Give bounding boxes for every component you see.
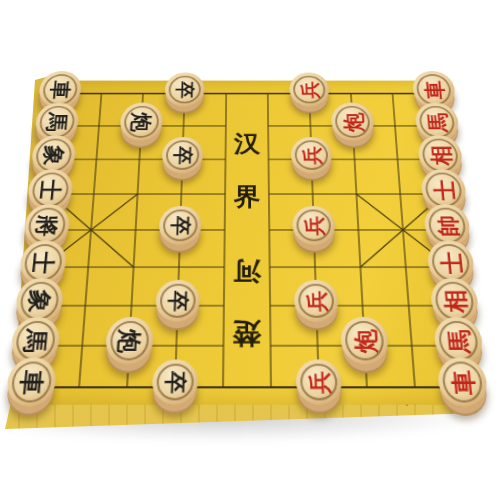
piece-red-cannon[interactable]: 炮	[331, 110, 375, 143]
piece-glyph: 士	[431, 179, 456, 200]
piece-glyph: 車	[422, 80, 446, 99]
piece-red-cannon[interactable]: 炮	[340, 326, 389, 367]
piece-disc: 兵	[294, 280, 339, 322]
piece-disc: 兵	[289, 73, 330, 107]
piece-disc: 炮	[105, 317, 155, 365]
piece-glyph: 車	[18, 370, 45, 395]
piece-glyph: 炮	[341, 112, 364, 131]
piece-disc: 卒	[164, 73, 205, 107]
piece-glyph: 士	[38, 179, 63, 200]
piece-red-soldier[interactable]: 兵	[291, 212, 337, 249]
piece-glyph: 士	[438, 251, 464, 273]
piece-glyph: 馬	[425, 112, 449, 131]
piece-glyph: 炮	[130, 112, 153, 131]
piece-glyph: 炮	[117, 329, 143, 353]
piece-glyph: 車	[449, 370, 476, 395]
piece-glyph: 卒	[172, 146, 193, 164]
piece-red-soldier[interactable]: 兵	[288, 78, 331, 110]
piece-disc: 兵	[292, 206, 336, 245]
piece-disc: 兵	[295, 359, 342, 404]
piece-glyph: 車	[48, 80, 72, 99]
piece-disc: 卒	[161, 137, 203, 174]
piece-disc: 卒	[151, 359, 198, 404]
piece-disc: 卒	[155, 280, 200, 322]
piece-glyph: 兵	[305, 290, 328, 311]
piece-disc: 兵	[290, 137, 332, 174]
board: 汉 界 河 楚 車馬象士將士象馬車炮炮卒卒卒卒卒兵兵兵兵兵炮炮車馬相士帥士相馬車	[12, 81, 482, 405]
piece-black-soldier[interactable]: 卒	[160, 143, 204, 177]
piece-disc: 炮	[119, 103, 163, 142]
piece-glyph: 兵	[301, 146, 322, 164]
piece-glyph: 兵	[303, 216, 325, 236]
piece-black-cannon[interactable]: 炮	[104, 326, 153, 367]
piece-red-soldier[interactable]: 兵	[293, 286, 340, 325]
piece-glyph: 卒	[166, 290, 189, 311]
piece-glyph: 馬	[22, 329, 49, 353]
piece-glyph: 卒	[169, 216, 191, 236]
piece-disc: 卒	[158, 206, 202, 245]
piece-red-chariot[interactable]: 車	[437, 366, 489, 408]
board-points-grid: 車馬象士將士象馬車炮炮卒卒卒卒卒兵兵兵兵兵炮炮車馬相士帥士相馬車	[5, 78, 489, 409]
piece-black-cannon[interactable]: 炮	[119, 110, 163, 143]
piece-glyph: 馬	[445, 329, 472, 353]
board-surface: 汉 界 河 楚 車馬象士將士象馬車炮炮卒卒卒卒卒兵兵兵兵兵炮炮車馬相士帥士相馬車	[12, 81, 482, 405]
piece-disc: 炮	[331, 103, 375, 142]
board-photo: 御聖®	[0, 0, 500, 500]
piece-glyph: 帥	[434, 215, 459, 236]
piece-glyph: 卒	[175, 81, 195, 98]
piece-red-soldier[interactable]: 兵	[290, 143, 334, 177]
piece-glyph: 兵	[299, 81, 319, 98]
piece-glyph: 象	[42, 145, 66, 165]
piece-glyph: 相	[441, 289, 467, 312]
piece-glyph: 炮	[352, 329, 378, 353]
piece-glyph: 兵	[307, 371, 331, 394]
piece-black-soldier[interactable]: 卒	[163, 78, 206, 110]
piece-glyph: 士	[30, 251, 56, 273]
piece-black-soldier[interactable]: 卒	[154, 286, 201, 325]
piece-glyph: 相	[428, 145, 452, 165]
piece-red-soldier[interactable]: 兵	[295, 366, 344, 408]
piece-glyph: 馬	[45, 112, 69, 131]
piece-disc: 炮	[340, 317, 390, 365]
piece-glyph: 象	[26, 289, 52, 312]
piece-glyph: 卒	[163, 371, 187, 394]
piece-black-soldier[interactable]: 卒	[157, 212, 203, 249]
piece-glyph: 將	[34, 215, 59, 236]
piece-black-chariot[interactable]: 車	[5, 366, 57, 408]
piece-black-soldier[interactable]: 卒	[150, 366, 199, 408]
